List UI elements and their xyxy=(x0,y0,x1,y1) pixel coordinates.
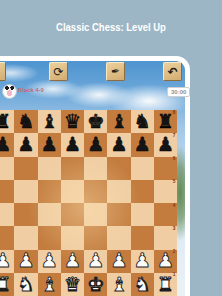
square-d7[interactable]: ♟ xyxy=(61,133,84,156)
piece-black-pawn[interactable]: ♟ xyxy=(157,135,174,155)
piece-black-rook[interactable]: ♜ xyxy=(157,111,174,131)
square-e2[interactable]: ♟ xyxy=(84,250,107,273)
square-c7[interactable]: ♟ xyxy=(38,133,61,156)
piece-white-bishop[interactable]: ♝ xyxy=(110,274,127,294)
quill-button[interactable]: ✒ xyxy=(106,62,125,81)
quill-icon: ✒ xyxy=(110,65,121,77)
piece-black-pawn[interactable]: ♟ xyxy=(133,135,150,155)
piece-white-rook[interactable]: ♜ xyxy=(157,274,174,294)
square-f5[interactable] xyxy=(107,180,130,203)
square-e3[interactable] xyxy=(84,226,107,249)
square-f7[interactable]: ♟ xyxy=(107,133,130,156)
square-g5[interactable] xyxy=(131,180,154,203)
piece-black-pawn[interactable]: ♟ xyxy=(110,135,127,155)
undo-arrow-icon: ↶ xyxy=(167,66,177,78)
rank-label: 3 xyxy=(173,227,176,232)
square-h4[interactable]: 4 xyxy=(154,203,177,226)
black-player-avatar xyxy=(2,84,17,99)
rank-label: 7 xyxy=(173,134,176,139)
rank-label: 1 xyxy=(173,273,176,278)
square-e7[interactable]: ♟ xyxy=(84,133,107,156)
square-h7[interactable]: ♟7 xyxy=(154,133,177,156)
piece-black-pawn[interactable]: ♟ xyxy=(0,135,11,155)
square-e6[interactable] xyxy=(84,157,107,180)
app-title: Classic Chess: Level Up xyxy=(0,21,222,33)
piece-black-pawn[interactable]: ♟ xyxy=(87,135,104,155)
piece-black-knight[interactable]: ♞ xyxy=(133,111,150,131)
square-d3[interactable] xyxy=(61,226,84,249)
black-player-name: Black 4-0 xyxy=(18,87,44,93)
square-c5[interactable] xyxy=(38,180,61,203)
square-a1[interactable]: ♜ xyxy=(0,273,14,296)
piece-white-pawn[interactable]: ♟ xyxy=(17,251,34,271)
square-e8[interactable]: ♚ xyxy=(84,110,107,133)
square-h2[interactable]: ♟2 xyxy=(154,250,177,273)
square-h6[interactable]: 6 xyxy=(154,157,177,180)
square-h3[interactable]: 3 xyxy=(154,226,177,249)
piece-white-pawn[interactable]: ♟ xyxy=(87,251,104,271)
piece-black-pawn[interactable]: ♟ xyxy=(64,135,81,155)
square-a6[interactable] xyxy=(0,157,14,180)
square-a4[interactable] xyxy=(0,203,14,226)
square-e4[interactable] xyxy=(84,203,107,226)
square-c3[interactable] xyxy=(38,226,61,249)
piece-white-pawn[interactable]: ♟ xyxy=(110,251,127,271)
square-e1[interactable]: ♚ xyxy=(84,273,107,296)
toolbar-button-offscreen[interactable] xyxy=(0,62,6,81)
rank-label: 5 xyxy=(173,180,176,185)
square-a7[interactable]: ♟ xyxy=(0,133,14,156)
square-c1[interactable]: ♝ xyxy=(38,273,61,296)
square-f8[interactable]: ♝ xyxy=(107,110,130,133)
square-h5[interactable]: 5 xyxy=(154,180,177,203)
screen: Classic Chess: Level Up ⟳ ✒ ↶ Black 4-0 … xyxy=(0,0,222,296)
piece-black-knight[interactable]: ♞ xyxy=(17,111,34,131)
square-b3[interactable] xyxy=(14,226,37,249)
piece-black-bishop[interactable]: ♝ xyxy=(110,111,127,131)
chess-board[interactable]: ♜♞♝♛♚♝♞♜8♟♟♟♟♟♟♟♟76543♟♟♟♟♟♟♟♟2♜♞♝♛♚♝♞♜1 xyxy=(0,110,177,296)
square-b7[interactable]: ♟ xyxy=(14,133,37,156)
square-d2[interactable]: ♟ xyxy=(61,250,84,273)
square-g2[interactable]: ♟ xyxy=(131,250,154,273)
piece-white-knight[interactable]: ♞ xyxy=(133,274,150,294)
square-f2[interactable]: ♟ xyxy=(107,250,130,273)
square-e5[interactable] xyxy=(84,180,107,203)
piece-white-pawn[interactable]: ♟ xyxy=(133,251,150,271)
square-g7[interactable]: ♟ xyxy=(131,133,154,156)
square-d8[interactable]: ♛ xyxy=(61,110,84,133)
square-b2[interactable]: ♟ xyxy=(14,250,37,273)
square-g8[interactable]: ♞ xyxy=(131,110,154,133)
piece-black-pawn[interactable]: ♟ xyxy=(17,135,34,155)
refresh-icon: ⟳ xyxy=(53,66,63,78)
square-g4[interactable] xyxy=(131,203,154,226)
piece-black-rook[interactable]: ♜ xyxy=(0,111,11,131)
rank-label: 6 xyxy=(173,157,176,162)
piece-black-queen[interactable]: ♛ xyxy=(64,111,81,131)
piece-white-pawn[interactable]: ♟ xyxy=(64,251,81,271)
square-f3[interactable] xyxy=(107,226,130,249)
square-c2[interactable]: ♟ xyxy=(38,250,61,273)
square-a5[interactable] xyxy=(0,180,14,203)
square-a3[interactable] xyxy=(0,226,14,249)
square-g6[interactable] xyxy=(131,157,154,180)
restart-button[interactable]: ⟳ xyxy=(49,62,68,81)
piece-white-knight[interactable]: ♞ xyxy=(17,274,34,294)
square-a8[interactable]: ♜ xyxy=(0,110,14,133)
piece-black-king[interactable]: ♚ xyxy=(87,111,104,131)
square-d6[interactable] xyxy=(61,157,84,180)
square-b4[interactable] xyxy=(14,203,37,226)
piece-white-pawn[interactable]: ♟ xyxy=(40,251,57,271)
square-c4[interactable] xyxy=(38,203,61,226)
square-d1[interactable]: ♛ xyxy=(61,273,84,296)
square-d5[interactable] xyxy=(61,180,84,203)
square-g1[interactable]: ♞ xyxy=(131,273,154,296)
square-h1[interactable]: ♜1 xyxy=(154,273,177,296)
square-g3[interactable] xyxy=(131,226,154,249)
square-c8[interactable]: ♝ xyxy=(38,110,61,133)
rank-label: 8 xyxy=(173,111,176,116)
piece-black-bishop[interactable]: ♝ xyxy=(40,111,57,131)
square-f1[interactable]: ♝ xyxy=(107,273,130,296)
piece-white-queen[interactable]: ♛ xyxy=(64,274,81,294)
rank-label: 4 xyxy=(173,204,176,209)
piece-black-pawn[interactable]: ♟ xyxy=(40,135,57,155)
square-b1[interactable]: ♞ xyxy=(14,273,37,296)
piece-white-rook[interactable]: ♜ xyxy=(0,274,11,294)
piece-white-king[interactable]: ♚ xyxy=(87,274,104,294)
square-b8[interactable]: ♞ xyxy=(14,110,37,133)
black-player-clock: 30:00 xyxy=(167,87,190,97)
square-b6[interactable] xyxy=(14,157,37,180)
square-a2[interactable]: ♟ xyxy=(0,250,14,273)
square-f6[interactable] xyxy=(107,157,130,180)
square-b5[interactable] xyxy=(14,180,37,203)
piece-white-bishop[interactable]: ♝ xyxy=(40,274,57,294)
square-h8[interactable]: ♜8 xyxy=(154,110,177,133)
piece-white-pawn[interactable]: ♟ xyxy=(157,251,174,271)
square-d4[interactable] xyxy=(61,203,84,226)
square-c6[interactable] xyxy=(38,157,61,180)
undo-button[interactable]: ↶ xyxy=(163,62,182,81)
piece-white-pawn[interactable]: ♟ xyxy=(0,251,11,271)
rank-label: 2 xyxy=(173,250,176,255)
square-f4[interactable] xyxy=(107,203,130,226)
